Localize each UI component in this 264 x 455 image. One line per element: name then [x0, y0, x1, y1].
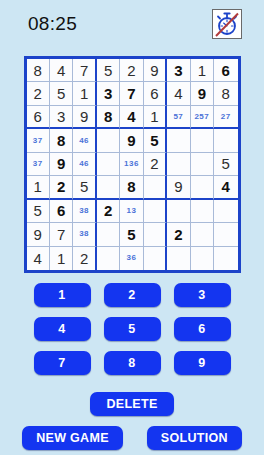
cell-r3c7[interactable]: 57 [167, 106, 190, 129]
cell-r9c9[interactable] [214, 247, 237, 270]
key-8[interactable]: 8 [104, 351, 161, 375]
cell-r6c9[interactable]: 4 [214, 176, 237, 199]
cell-r2c1[interactable]: 2 [27, 82, 50, 105]
cell-r8c3[interactable]: 38 [73, 223, 96, 246]
cell-r9c7[interactable] [167, 247, 190, 270]
cell-r8c5[interactable]: 5 [120, 223, 143, 246]
cell-r2c9[interactable]: 8 [214, 82, 237, 105]
key-7[interactable]: 7 [34, 351, 91, 375]
cell-r9c4[interactable] [97, 247, 120, 270]
cell-r6c8[interactable] [191, 176, 214, 199]
cell-r1c4[interactable]: 5 [97, 59, 120, 82]
cell-r3c5[interactable]: 4 [120, 106, 143, 129]
solution-button[interactable]: SOLUTION [147, 426, 242, 450]
timer-display: 08:25 [28, 13, 77, 35]
cell-r9c6[interactable] [144, 247, 167, 270]
cell-r7c7[interactable] [167, 200, 190, 223]
cell-r5c5[interactable]: 136 [120, 153, 143, 176]
cell-r9c3[interactable]: 2 [73, 247, 96, 270]
sudoku-board: 8475293162513764986398415725727378469537… [24, 56, 241, 273]
cell-r3c4[interactable]: 8 [97, 106, 120, 129]
cell-r5c9[interactable]: 5 [214, 153, 237, 176]
cell-r6c3[interactable]: 5 [73, 176, 96, 199]
cell-r1c1[interactable]: 8 [27, 59, 50, 82]
cell-r9c1[interactable]: 4 [27, 247, 50, 270]
cell-r2c2[interactable]: 5 [50, 82, 73, 105]
cell-r8c4[interactable] [97, 223, 120, 246]
cell-r7c9[interactable] [214, 200, 237, 223]
key-3[interactable]: 3 [174, 283, 231, 307]
cell-r4c9[interactable] [214, 129, 237, 152]
cell-r2c8[interactable]: 9 [191, 82, 214, 105]
cell-r4c3[interactable]: 46 [73, 129, 96, 152]
cell-r1c8[interactable]: 1 [191, 59, 214, 82]
cell-r5c1[interactable]: 37 [27, 153, 50, 176]
cell-r4c5[interactable]: 9 [120, 129, 143, 152]
cell-r7c4[interactable]: 2 [97, 200, 120, 223]
cell-r7c5[interactable]: 13 [120, 200, 143, 223]
cell-r1c3[interactable]: 7 [73, 59, 96, 82]
cell-r8c6[interactable] [144, 223, 167, 246]
cell-r5c4[interactable] [97, 153, 120, 176]
cell-r9c2[interactable]: 1 [50, 247, 73, 270]
key-4[interactable]: 4 [34, 317, 91, 341]
cell-r5c2[interactable]: 9 [50, 153, 73, 176]
cell-r6c6[interactable] [144, 176, 167, 199]
cell-r7c1[interactable]: 5 [27, 200, 50, 223]
cell-r2c7[interactable]: 4 [167, 82, 190, 105]
cell-r1c2[interactable]: 4 [50, 59, 73, 82]
cell-r4c6[interactable]: 5 [144, 129, 167, 152]
cell-r2c3[interactable]: 1 [73, 82, 96, 105]
cell-r1c5[interactable]: 2 [120, 59, 143, 82]
cell-r2c6[interactable]: 6 [144, 82, 167, 105]
cell-r4c7[interactable] [167, 129, 190, 152]
cell-r6c7[interactable]: 9 [167, 176, 190, 199]
timer-toggle-button[interactable] [212, 9, 242, 39]
cell-r8c2[interactable]: 7 [50, 223, 73, 246]
cell-r3c1[interactable]: 6 [27, 106, 50, 129]
cell-r2c5[interactable]: 7 [120, 82, 143, 105]
cell-r5c7[interactable] [167, 153, 190, 176]
cell-r6c2[interactable]: 2 [50, 176, 73, 199]
cell-r7c3[interactable]: 38 [73, 200, 96, 223]
cell-r1c9[interactable]: 6 [214, 59, 237, 82]
cell-r5c8[interactable] [191, 153, 214, 176]
key-2[interactable]: 2 [104, 283, 161, 307]
cell-r7c8[interactable] [191, 200, 214, 223]
cell-r3c6[interactable]: 1 [144, 106, 167, 129]
cell-r5c3[interactable]: 46 [73, 153, 96, 176]
cell-r4c8[interactable] [191, 129, 214, 152]
header: 08:25 [0, 0, 264, 41]
cell-r5c6[interactable]: 2 [144, 153, 167, 176]
new-game-button[interactable]: NEW GAME [22, 426, 123, 450]
cell-r2c4[interactable]: 3 [97, 82, 120, 105]
cell-r6c5[interactable]: 8 [120, 176, 143, 199]
key-5[interactable]: 5 [104, 317, 161, 341]
cell-r1c6[interactable]: 9 [144, 59, 167, 82]
cell-r7c6[interactable] [144, 200, 167, 223]
cell-r8c8[interactable] [191, 223, 214, 246]
cell-r3c9[interactable]: 27 [214, 106, 237, 129]
cell-r4c4[interactable] [97, 129, 120, 152]
delete-button[interactable]: DELETE [90, 392, 174, 416]
cell-r8c7[interactable]: 2 [167, 223, 190, 246]
cell-r1c7[interactable]: 3 [167, 59, 190, 82]
stopwatch-crossed-icon [213, 10, 241, 38]
number-keypad: 123456789 [0, 283, 264, 375]
cell-r4c1[interactable]: 37 [27, 129, 50, 152]
cell-r6c1[interactable]: 1 [27, 176, 50, 199]
key-1[interactable]: 1 [34, 283, 91, 307]
cell-r4c2[interactable]: 8 [50, 129, 73, 152]
cell-r7c2[interactable]: 6 [50, 200, 73, 223]
actions-row: NEW GAME SOLUTION [0, 426, 264, 450]
cell-r6c4[interactable] [97, 176, 120, 199]
cell-r3c2[interactable]: 3 [50, 106, 73, 129]
key-9[interactable]: 9 [174, 351, 231, 375]
key-6[interactable]: 6 [174, 317, 231, 341]
cell-r8c9[interactable] [214, 223, 237, 246]
cell-r9c8[interactable] [191, 247, 214, 270]
cell-r8c1[interactable]: 9 [27, 223, 50, 246]
cell-r3c8[interactable]: 257 [191, 106, 214, 129]
cell-r9c5[interactable]: 36 [120, 247, 143, 270]
delete-row: DELETE [0, 392, 264, 416]
cell-r3c3[interactable]: 9 [73, 106, 96, 129]
